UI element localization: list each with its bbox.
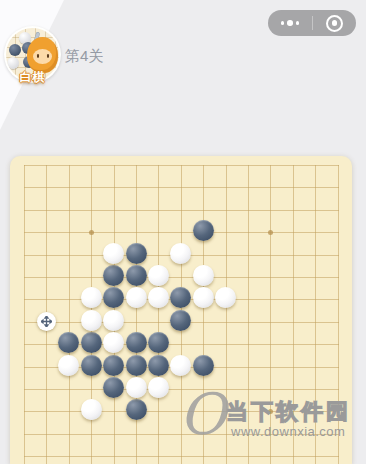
- more-button[interactable]: [268, 10, 312, 36]
- stone-white: [126, 377, 147, 398]
- grid-line-horizontal: [24, 456, 339, 457]
- grid-line-horizontal: [24, 389, 339, 390]
- grid-line-vertical: [158, 165, 159, 464]
- exit-button[interactable]: [313, 10, 357, 36]
- stone-black: [170, 287, 191, 308]
- stone-black: [148, 332, 169, 353]
- board[interactable]: [10, 156, 352, 464]
- stone-black: [126, 332, 147, 353]
- grid-line-vertical: [270, 165, 271, 464]
- stone-white: [81, 399, 102, 420]
- avatar-stone-white-icon: [7, 57, 19, 69]
- stone-white: [103, 310, 124, 331]
- stone-black: [103, 355, 124, 376]
- stone-black: [126, 265, 147, 286]
- star-point: [268, 230, 273, 235]
- more-icon: [281, 20, 300, 26]
- grid-line-vertical: [226, 165, 227, 464]
- grid-line-vertical: [248, 165, 249, 464]
- stone-white: [126, 287, 147, 308]
- grid-line-vertical: [293, 165, 294, 464]
- knight-eye-icon: [37, 54, 40, 58]
- stone-black: [58, 332, 79, 353]
- stone-black: [126, 355, 147, 376]
- grid-line-vertical: [203, 165, 204, 464]
- knight-eye-icon: [47, 54, 50, 58]
- stone-white: [103, 243, 124, 264]
- gomoku-app: 白棋 第4关 O 当下软件园 www.downxia.com: [0, 0, 366, 464]
- stone-white: [170, 243, 191, 264]
- stone-black: [103, 265, 124, 286]
- stone-white: [193, 265, 214, 286]
- knight-face-icon: [33, 49, 52, 64]
- stone-black: [103, 287, 124, 308]
- stone-white: [193, 287, 214, 308]
- stone-black: [170, 310, 191, 331]
- stone-black: [148, 355, 169, 376]
- star-point: [89, 230, 94, 235]
- stone-black: [103, 377, 124, 398]
- star-point: [268, 409, 273, 414]
- exit-icon: [326, 15, 343, 32]
- stone-black: [193, 220, 214, 241]
- stone-white: [103, 332, 124, 353]
- stone-black: [81, 355, 102, 376]
- stone-white: [170, 355, 191, 376]
- move-cross-icon: [41, 316, 52, 327]
- stone-white: [148, 377, 169, 398]
- player-side-badge: 白棋: [4, 69, 61, 86]
- stone-white: [81, 310, 102, 331]
- grid-line-vertical: [315, 165, 316, 464]
- stone-black: [193, 355, 214, 376]
- stone-white: [148, 287, 169, 308]
- stone-white: [81, 287, 102, 308]
- move-cursor[interactable]: [37, 312, 56, 331]
- grid-line-vertical: [338, 165, 339, 464]
- stone-white: [215, 287, 236, 308]
- avatar-stone-black-icon: [9, 44, 21, 56]
- level-label: 第4关: [65, 47, 103, 66]
- stone-white: [58, 355, 79, 376]
- stone-black: [81, 332, 102, 353]
- grid-line-horizontal: [24, 411, 339, 412]
- stone-black: [126, 399, 147, 420]
- grid-line-horizontal: [24, 434, 339, 435]
- stone-white: [148, 265, 169, 286]
- stone-black: [126, 243, 147, 264]
- wechat-capsule: [268, 10, 356, 36]
